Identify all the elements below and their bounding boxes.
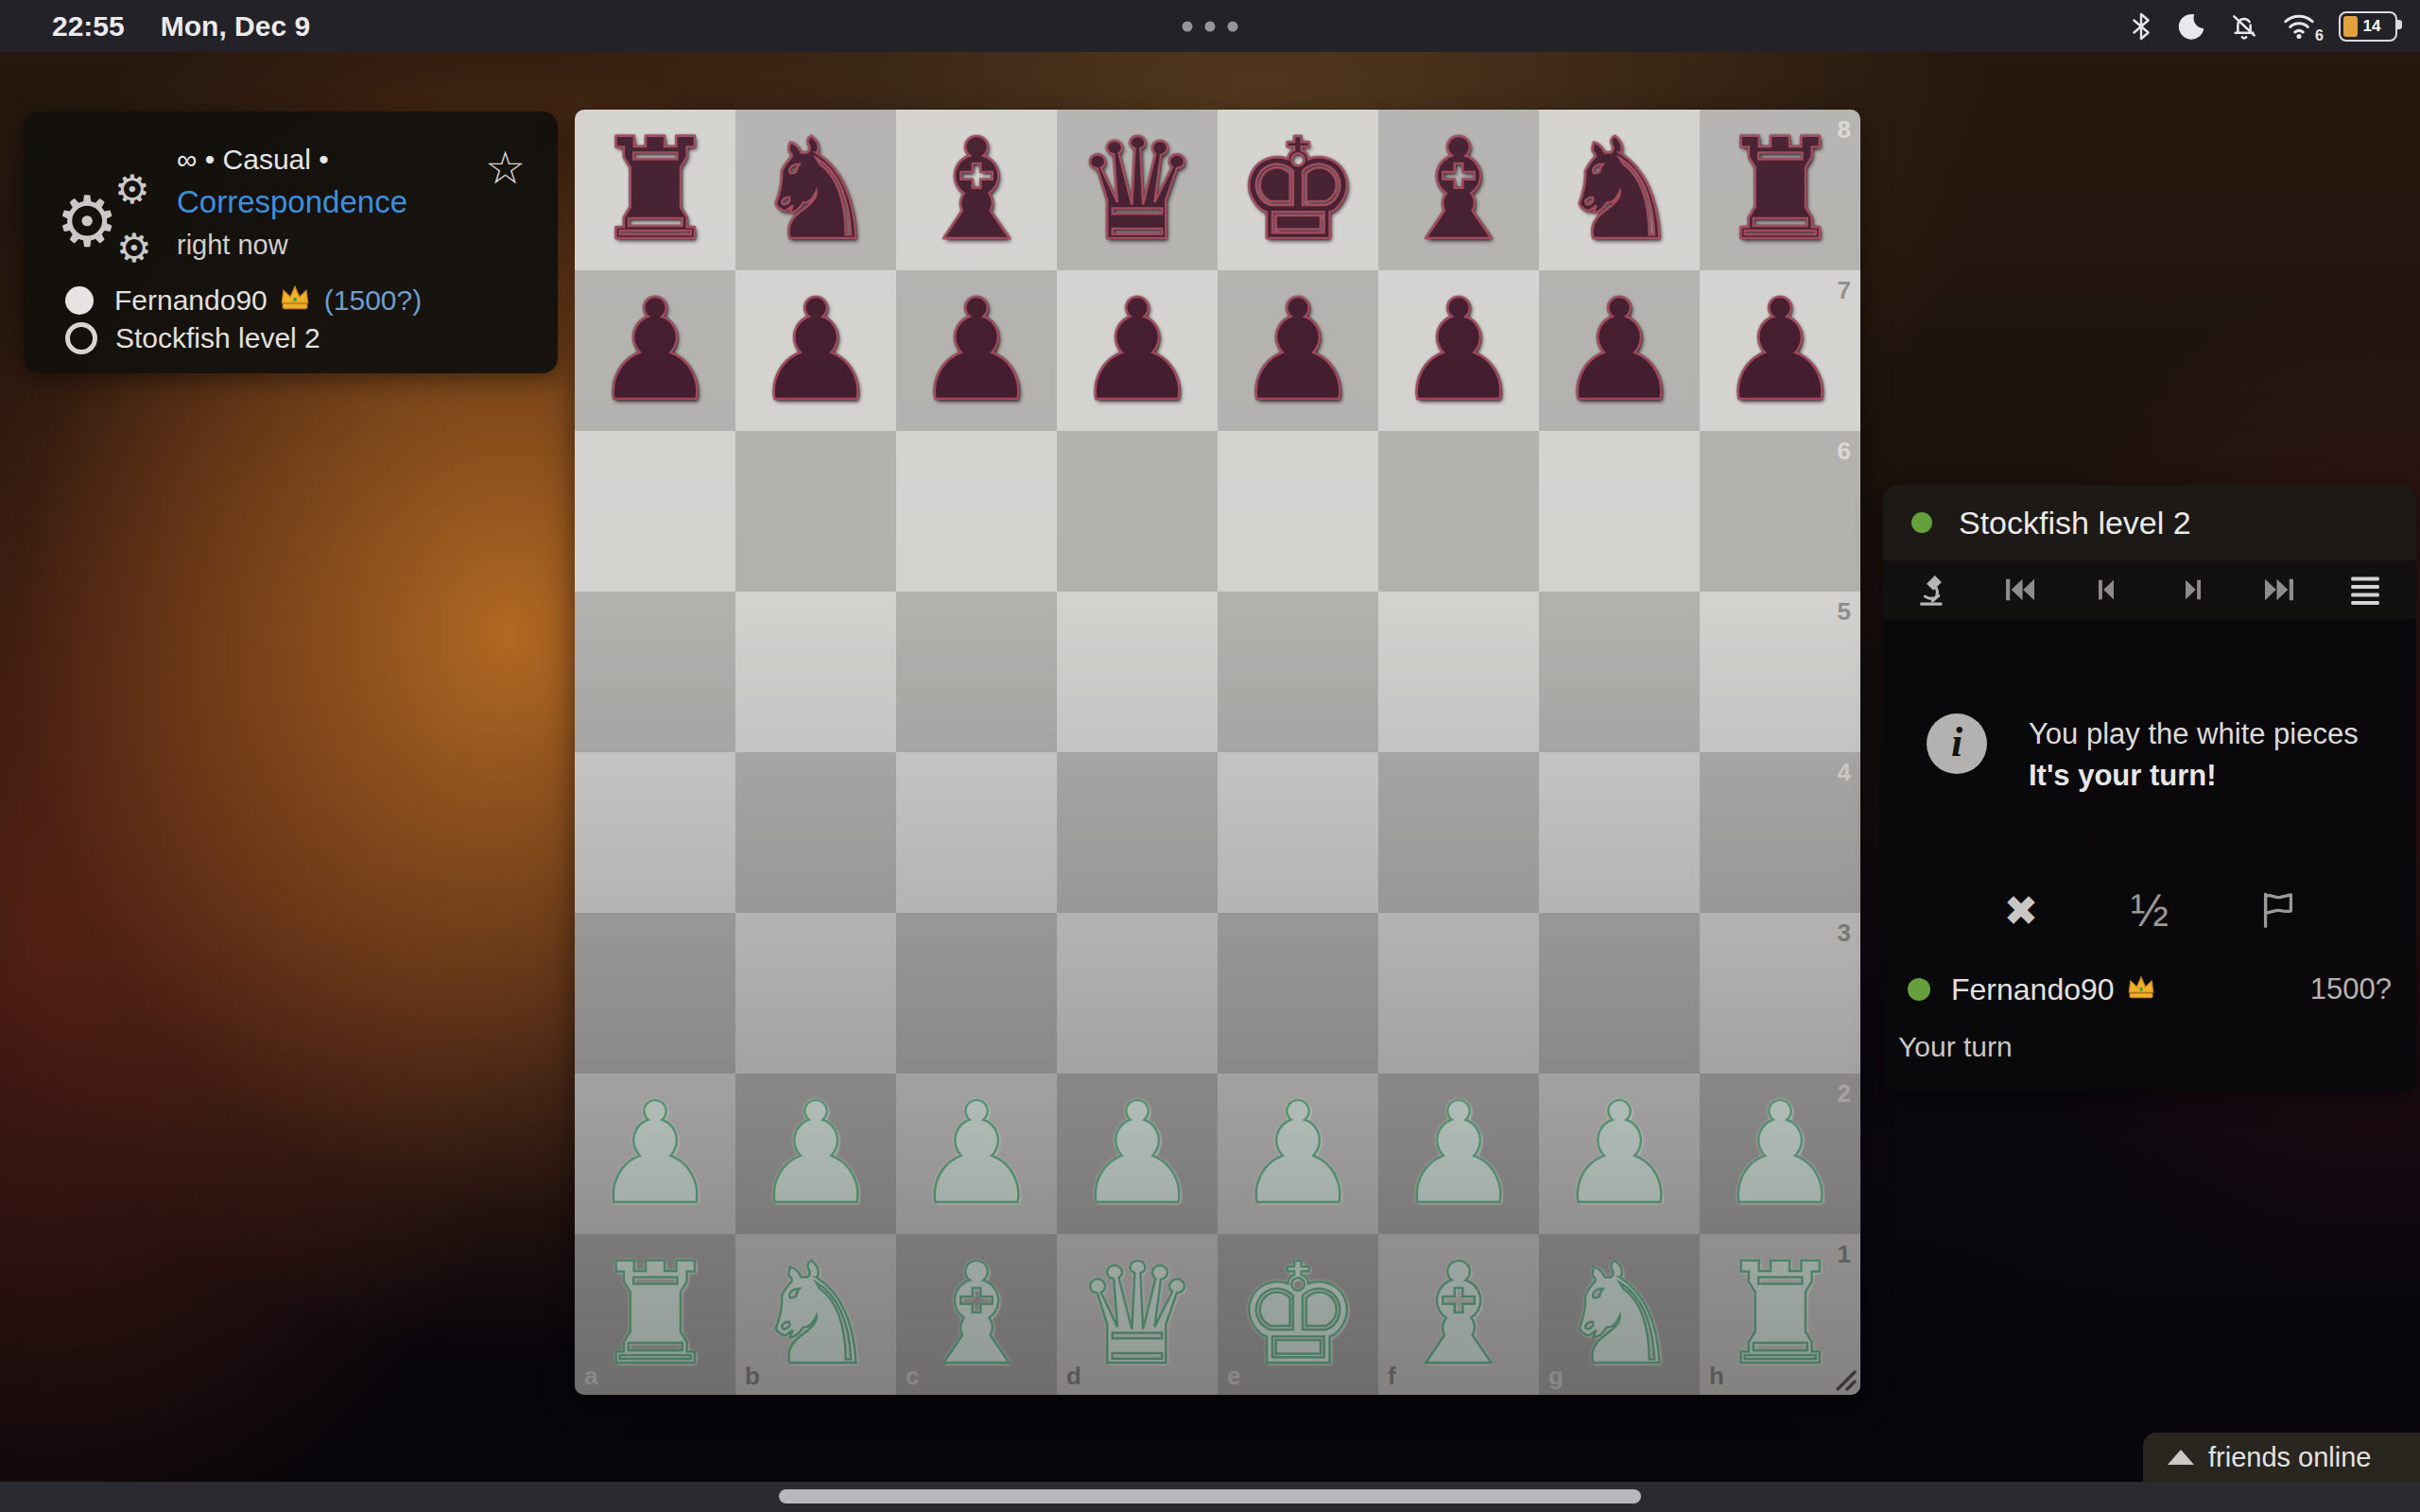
square-c4[interactable] [896,752,1057,913]
draw-offer-button[interactable]: ½ [2116,876,2184,944]
opponent-name: Stockfish level 2 [1959,505,2191,541]
white-pawn[interactable]: ♟ [1700,1074,1860,1234]
square-a6[interactable] [575,431,735,592]
white-bishop[interactable]: ♝ [1378,1234,1539,1395]
square-c5[interactable] [896,592,1057,752]
bookmark-star-icon[interactable]: ☆ [485,146,526,191]
square-d5[interactable] [1057,592,1218,752]
square-d7[interactable]: ♟ [1057,270,1218,431]
white-player-row: Fernando90 (1500?) [65,282,422,319]
crown-icon [279,283,311,318]
black-pawn[interactable]: ♟ [575,270,735,431]
chess-board[interactable]: ♜♞♝♛♚♝♞8♜♟♟♟♟♟♟♟7♟6543♟♟♟♟♟♟♟2♟a♜b♞c♝d♛e… [575,110,1860,1395]
square-g8[interactable]: ♞ [1539,110,1700,270]
square-d4[interactable] [1057,752,1218,913]
white-player-rating: (1500?) [324,284,422,317]
friends-online-bar[interactable]: friends online [2143,1433,2420,1482]
square-f1[interactable]: f♝ [1378,1234,1539,1395]
square-c8[interactable]: ♝ [896,110,1057,270]
board-resize-handle[interactable] [1826,1361,1858,1393]
white-queen[interactable]: ♛ [1057,1234,1218,1395]
menu-icon[interactable] [2335,565,2395,614]
square-d2[interactable]: ♟ [1057,1074,1218,1234]
square-a1[interactable]: a♜ [575,1234,735,1395]
white-pawn[interactable]: ♟ [1378,1074,1539,1234]
square-h7[interactable]: 7♟ [1700,270,1860,431]
square-d8[interactable]: ♛ [1057,110,1218,270]
black-pawn[interactable]: ♟ [1057,270,1218,431]
white-player-name: Fernando90 [114,284,268,317]
black-bishop[interactable]: ♝ [1378,110,1539,270]
square-e2[interactable]: ♟ [1218,1074,1378,1234]
my-player-rating: 1500? [2310,972,2392,1006]
square-h4[interactable]: 4 [1700,752,1860,913]
square-a7[interactable]: ♟ [575,270,735,431]
info-line2: It's your turn! [2029,759,2217,792]
square-c1[interactable]: c♝ [896,1234,1057,1395]
rank-label-5: 5 [1838,597,1851,627]
info-line1: You play the white pieces [2029,717,2359,750]
square-e6[interactable] [1218,431,1378,592]
black-bishop[interactable]: ♝ [896,110,1057,270]
white-pawn[interactable]: ♟ [575,1074,735,1234]
white-king[interactable]: ♚ [1218,1234,1378,1395]
white-rook[interactable]: ♜ [575,1234,735,1395]
black-knight[interactable]: ♞ [735,110,896,270]
my-player-name: Fernando90 [1951,972,2115,1007]
black-rook[interactable]: ♜ [1700,110,1860,270]
white-pawn[interactable]: ♟ [1539,1074,1700,1234]
black-king[interactable]: ♚ [1218,110,1378,270]
white-pawn[interactable]: ♟ [1218,1074,1378,1234]
next-move-icon[interactable] [2163,565,2223,614]
square-h3[interactable]: 3 [1700,913,1860,1074]
square-f7[interactable]: ♟ [1378,270,1539,431]
wifi-icon: 6 [2282,12,2316,41]
square-e4[interactable] [1218,752,1378,913]
white-pawn[interactable]: ♟ [735,1074,896,1234]
square-g3[interactable] [1539,913,1700,1074]
square-e3[interactable] [1218,913,1378,1074]
square-f3[interactable] [1378,913,1539,1074]
square-b8[interactable]: ♞ [735,110,896,270]
notifications-off-icon [2229,11,2259,42]
square-b6[interactable] [735,431,896,592]
square-f5[interactable] [1378,592,1539,752]
square-a3[interactable] [575,913,735,1074]
previous-move-icon[interactable] [2076,565,2136,614]
square-b2[interactable]: ♟ [735,1074,896,1234]
skip-first-icon[interactable] [1990,565,2050,614]
black-queen[interactable]: ♛ [1057,110,1218,270]
square-h6[interactable]: 6 [1700,431,1860,592]
square-b1[interactable]: b♞ [735,1234,896,1395]
black-pawn[interactable]: ♟ [896,270,1057,431]
game-info-card: ⚙ ⚙ ⚙ ☆ ∞ • Casual • Correspondence righ… [24,112,558,373]
square-b4[interactable] [735,752,896,913]
clock: 22:55 [52,10,125,43]
move-toolbar [1883,560,2416,619]
square-a4[interactable] [575,752,735,913]
square-d1[interactable]: d♛ [1057,1234,1218,1395]
online-dot-icon [1911,512,1932,533]
battery-icon: 14 [2339,11,2397,42]
abort-button[interactable]: ✖ [1987,876,2055,944]
black-color-ring [65,322,97,354]
rank-label-4: 4 [1838,758,1851,787]
square-b3[interactable] [735,913,896,1074]
square-d6[interactable] [1057,431,1218,592]
square-g2[interactable]: ♟ [1539,1074,1700,1234]
black-player-name: Stockfish level 2 [115,322,320,354]
white-bishop[interactable]: ♝ [896,1234,1057,1395]
white-knight[interactable]: ♞ [735,1234,896,1395]
square-f4[interactable] [1378,752,1539,913]
square-a5[interactable] [575,592,735,752]
game-side-panel: Stockfish level 2 [1883,485,2416,1091]
board-grid: ♜♞♝♛♚♝♞8♜♟♟♟♟♟♟♟7♟6543♟♟♟♟♟♟♟2♟a♜b♞c♝d♛e… [575,110,1860,1395]
square-c7[interactable]: ♟ [896,270,1057,431]
rank-label-3: 3 [1838,919,1851,948]
square-b7[interactable]: ♟ [735,270,896,431]
statusbar-icons: 6 14 [2129,11,2420,42]
square-g5[interactable] [1539,592,1700,752]
analysis-microscope-icon[interactable] [1904,565,1964,614]
white-pawn[interactable]: ♟ [896,1074,1057,1234]
statusbar-handle-dots[interactable] [1183,21,1238,31]
square-f2[interactable]: ♟ [1378,1074,1539,1234]
square-c6[interactable] [896,431,1057,592]
skip-last-icon[interactable] [2249,565,2309,614]
turn-info: i You play the white pieces It's your tu… [1927,713,2359,797]
square-h2[interactable]: 2♟ [1700,1074,1860,1234]
gear-icon: ⚙ ⚙ ⚙ [56,170,169,274]
black-pawn[interactable]: ♟ [1700,270,1860,431]
game-time-ago: right now [177,230,407,261]
square-g1[interactable]: g♞ [1539,1234,1700,1395]
bottom-bar [0,1482,2420,1512]
black-pawn[interactable]: ♟ [1378,270,1539,431]
black-pawn[interactable]: ♟ [735,270,896,431]
black-pawn[interactable]: ♟ [1539,270,1700,431]
square-d3[interactable] [1057,913,1218,1074]
correspondence-link[interactable]: Correspondence [177,184,407,220]
my-player-row: Fernando90 1500? [1908,967,2392,1012]
date: Mon, Dec 9 [161,10,310,43]
white-color-disc [65,286,94,315]
rank-label-6: 6 [1838,437,1851,466]
square-e1[interactable]: e♚ [1218,1234,1378,1395]
crown-icon [2126,974,2156,1005]
black-rook[interactable]: ♜ [575,110,735,270]
square-c3[interactable] [896,913,1057,1074]
square-g4[interactable] [1539,752,1700,913]
turn-status: Your turn [1898,1031,2013,1063]
resign-flag-button[interactable] [2244,876,2312,944]
bluetooth-icon [2129,11,2153,42]
game-type-line: ∞ • Casual • [177,144,407,176]
square-h5[interactable]: 5 [1700,592,1860,752]
opponent-header: Stockfish level 2 [1883,485,2416,560]
status-bar: 22:55 Mon, Dec 9 [0,0,2420,52]
gesture-pill[interactable] [779,1489,1641,1503]
white-knight[interactable]: ♞ [1539,1234,1700,1395]
white-pawn[interactable]: ♟ [1057,1074,1218,1234]
black-knight[interactable]: ♞ [1539,110,1700,270]
expand-up-icon [2168,1450,2194,1465]
square-f6[interactable] [1378,431,1539,592]
black-pawn[interactable]: ♟ [1218,270,1378,431]
friends-online-label: friends online [2208,1442,2372,1473]
online-dot-icon [1908,978,1930,1001]
wifi-6-label: 6 [2315,27,2324,44]
square-c2[interactable]: ♟ [896,1074,1057,1234]
side-panel-body: i You play the white pieces It's your tu… [1883,619,2416,1091]
square-a8[interactable]: ♜ [575,110,735,270]
moon-icon [2176,11,2206,42]
square-h8[interactable]: 8♜ [1700,110,1860,270]
square-g7[interactable]: ♟ [1539,270,1700,431]
square-g6[interactable] [1539,431,1700,592]
square-b5[interactable] [735,592,896,752]
black-player-row: Stockfish level 2 [65,319,422,357]
square-e8[interactable]: ♚ [1218,110,1378,270]
square-f8[interactable]: ♝ [1378,110,1539,270]
game-actions: ✖ ½ [1883,876,2416,944]
info-icon: i [1927,713,1987,774]
square-e5[interactable] [1218,592,1378,752]
battery-percent: 14 [2363,17,2381,36]
battery-fill [2343,16,2358,37]
square-a2[interactable]: ♟ [575,1074,735,1234]
square-e7[interactable]: ♟ [1218,270,1378,431]
